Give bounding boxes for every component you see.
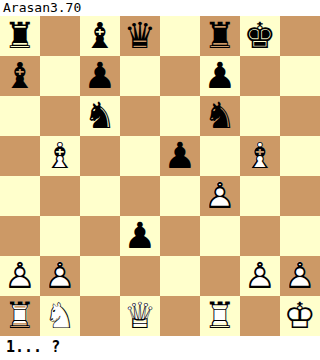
white-pawn-piece: ♟♙ [200, 176, 240, 216]
square-h3[interactable] [280, 216, 320, 256]
square-e3[interactable] [160, 216, 200, 256]
black-pawn-piece: ♟ [160, 136, 200, 176]
square-h6[interactable] [280, 96, 320, 136]
square-f7[interactable]: ♟ [200, 56, 240, 96]
square-d8[interactable]: ♛ [120, 16, 160, 56]
square-f5[interactable] [200, 136, 240, 176]
square-e6[interactable] [160, 96, 200, 136]
square-e1[interactable] [160, 296, 200, 336]
square-a6[interactable] [0, 96, 40, 136]
square-f8[interactable]: ♜ [200, 16, 240, 56]
square-a5[interactable] [0, 136, 40, 176]
white-pawn-piece: ♟♙ [0, 256, 40, 296]
black-queen-piece: ♛ [120, 16, 160, 56]
square-h2[interactable]: ♟♙ [280, 256, 320, 296]
square-a2[interactable]: ♟♙ [0, 256, 40, 296]
square-d1[interactable]: ♛♕ [120, 296, 160, 336]
square-e2[interactable] [160, 256, 200, 296]
square-b7[interactable] [40, 56, 80, 96]
square-b8[interactable] [40, 16, 80, 56]
white-pawn-piece: ♟♙ [280, 256, 320, 296]
black-pawn-piece: ♟ [120, 216, 160, 256]
square-e5[interactable]: ♟ [160, 136, 200, 176]
white-pawn-piece: ♟♙ [240, 256, 280, 296]
white-king-piece: ♚♔ [280, 296, 320, 336]
square-c4[interactable] [80, 176, 120, 216]
chess-board: ♜♝♛♜♚♝♟♟♞♞♝♗♟♝♗♟♙♟♟♙♟♙♟♙♟♙♜♖♞♘♛♕♜♖♚♔ [0, 16, 320, 336]
move-prompt: 1... ? [0, 336, 320, 360]
square-c7[interactable]: ♟ [80, 56, 120, 96]
square-d5[interactable] [120, 136, 160, 176]
black-knight-piece: ♞ [80, 96, 120, 136]
white-pawn-piece: ♟♙ [40, 256, 80, 296]
square-f3[interactable] [200, 216, 240, 256]
square-d6[interactable] [120, 96, 160, 136]
square-e7[interactable] [160, 56, 200, 96]
square-g4[interactable] [240, 176, 280, 216]
black-bishop-piece: ♝ [0, 56, 40, 96]
square-d3[interactable]: ♟ [120, 216, 160, 256]
square-f2[interactable] [200, 256, 240, 296]
square-h4[interactable] [280, 176, 320, 216]
white-rook-piece: ♜♖ [200, 296, 240, 336]
square-b6[interactable] [40, 96, 80, 136]
square-a7[interactable]: ♝ [0, 56, 40, 96]
square-b1[interactable]: ♞♘ [40, 296, 80, 336]
square-g2[interactable]: ♟♙ [240, 256, 280, 296]
square-c1[interactable] [80, 296, 120, 336]
square-g5[interactable]: ♝♗ [240, 136, 280, 176]
square-e4[interactable] [160, 176, 200, 216]
white-bishop-piece: ♝♗ [40, 136, 80, 176]
square-b5[interactable]: ♝♗ [40, 136, 80, 176]
window-title: Arasan3.70 [0, 0, 320, 16]
square-a1[interactable]: ♜♖ [0, 296, 40, 336]
square-b3[interactable] [40, 216, 80, 256]
square-b4[interactable] [40, 176, 80, 216]
square-c2[interactable] [80, 256, 120, 296]
black-pawn-piece: ♟ [80, 56, 120, 96]
black-rook-piece: ♜ [0, 16, 40, 56]
square-f1[interactable]: ♜♖ [200, 296, 240, 336]
square-c3[interactable] [80, 216, 120, 256]
black-rook-piece: ♜ [200, 16, 240, 56]
square-b2[interactable]: ♟♙ [40, 256, 80, 296]
white-bishop-piece: ♝♗ [240, 136, 280, 176]
square-c5[interactable] [80, 136, 120, 176]
black-pawn-piece: ♟ [200, 56, 240, 96]
square-e8[interactable] [160, 16, 200, 56]
square-g3[interactable] [240, 216, 280, 256]
square-h5[interactable] [280, 136, 320, 176]
square-f6[interactable]: ♞ [200, 96, 240, 136]
square-c6[interactable]: ♞ [80, 96, 120, 136]
square-a8[interactable]: ♜ [0, 16, 40, 56]
white-knight-piece: ♞♘ [40, 296, 80, 336]
square-f4[interactable]: ♟♙ [200, 176, 240, 216]
square-d4[interactable] [120, 176, 160, 216]
square-a4[interactable] [0, 176, 40, 216]
arasan-window: Arasan3.70 ♜♝♛♜♚♝♟♟♞♞♝♗♟♝♗♟♙♟♟♙♟♙♟♙♟♙♜♖♞… [0, 0, 320, 360]
square-d2[interactable] [120, 256, 160, 296]
white-queen-piece: ♛♕ [120, 296, 160, 336]
square-a3[interactable] [0, 216, 40, 256]
black-bishop-piece: ♝ [80, 16, 120, 56]
white-rook-piece: ♜♖ [0, 296, 40, 336]
black-knight-piece: ♞ [200, 96, 240, 136]
square-d7[interactable] [120, 56, 160, 96]
black-king-piece: ♚ [240, 16, 280, 56]
square-h8[interactable] [280, 16, 320, 56]
square-g8[interactable]: ♚ [240, 16, 280, 56]
square-g7[interactable] [240, 56, 280, 96]
square-g6[interactable] [240, 96, 280, 136]
square-h1[interactable]: ♚♔ [280, 296, 320, 336]
square-c8[interactable]: ♝ [80, 16, 120, 56]
square-h7[interactable] [280, 56, 320, 96]
square-g1[interactable] [240, 296, 280, 336]
